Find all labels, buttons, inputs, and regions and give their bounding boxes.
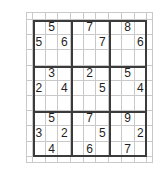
cell-r1c7[interactable] — [109, 20, 122, 35]
cell-r1c3[interactable] — [58, 20, 71, 35]
cell-r5c7[interactable] — [109, 81, 122, 96]
sheet-margin-cell — [46, 12, 59, 20]
sheet-margin-cell — [96, 12, 109, 20]
cell-r6c1[interactable] — [33, 96, 46, 111]
sheet-margin-cell — [33, 12, 46, 20]
sheet-margin-cell — [26, 50, 33, 65]
cell-r9c6[interactable] — [96, 142, 109, 157]
cell-r9c3[interactable] — [58, 142, 71, 157]
cell-r2c6[interactable]: 7 — [96, 35, 109, 50]
cell-r7c1[interactable] — [33, 111, 46, 126]
cell-r7c5[interactable]: 7 — [84, 111, 97, 126]
cell-r8c9[interactable]: 2 — [135, 126, 148, 141]
cell-r7c3[interactable] — [58, 111, 71, 126]
cell-r1c4[interactable] — [71, 20, 84, 35]
sheet-margin-cell — [147, 12, 153, 20]
cell-r6c2[interactable] — [46, 96, 59, 111]
cell-r3c1[interactable] — [33, 50, 46, 65]
cell-r7c8[interactable]: 9 — [122, 111, 135, 126]
cell-r8c8[interactable] — [122, 126, 135, 141]
cell-r9c4[interactable] — [71, 142, 84, 157]
cell-r1c6[interactable] — [96, 20, 109, 35]
sheet-margin-cell — [26, 142, 33, 157]
cell-r9c2[interactable]: 4 — [46, 142, 59, 157]
sheet-margin-cell — [147, 81, 153, 96]
cell-r6c6[interactable] — [96, 96, 109, 111]
cell-r9c5[interactable]: 6 — [84, 142, 97, 157]
cell-r4c2[interactable]: 3 — [46, 66, 59, 81]
cell-r6c5[interactable] — [84, 96, 97, 111]
cell-r3c9[interactable] — [135, 50, 148, 65]
sheet-margin-cell — [71, 157, 84, 163]
cell-r8c6[interactable]: 5 — [96, 126, 109, 141]
sheet-margin-cell — [58, 157, 71, 163]
cell-r5c5[interactable] — [84, 81, 97, 96]
cell-r4c5[interactable]: 2 — [84, 66, 97, 81]
cell-r7c4[interactable] — [71, 111, 84, 126]
sheet-margin-cell — [84, 157, 97, 163]
cell-r2c1[interactable]: 5 — [33, 35, 46, 50]
cell-r5c4[interactable] — [71, 81, 84, 96]
cell-r8c3[interactable]: 2 — [58, 126, 71, 141]
sheet-margin-cell — [135, 157, 148, 163]
sheet-margin-cell — [33, 157, 46, 163]
cell-r7c9[interactable] — [135, 111, 148, 126]
cell-r4c4[interactable] — [71, 66, 84, 81]
cell-r5c1[interactable]: 2 — [33, 81, 46, 96]
sheet-margin-cell — [122, 12, 135, 20]
cell-r5c9[interactable]: 4 — [135, 81, 148, 96]
sheet-margin-cell — [147, 66, 153, 81]
cell-r6c8[interactable] — [122, 96, 135, 111]
sheet-margin-cell — [109, 157, 122, 163]
sheet-margin-cell — [147, 20, 153, 35]
cell-r3c5[interactable] — [84, 50, 97, 65]
sheet-margin-cell — [58, 12, 71, 20]
sheet-margin-cell — [135, 12, 148, 20]
cell-r3c2[interactable] — [46, 50, 59, 65]
cell-r4c6[interactable] — [96, 66, 109, 81]
sheet-margin-cell — [46, 157, 59, 163]
cell-r9c1[interactable] — [33, 142, 46, 157]
cell-r3c4[interactable] — [71, 50, 84, 65]
sheet-margin-cell — [122, 157, 135, 163]
cell-r2c8[interactable] — [122, 35, 135, 50]
sheet-margin-cell — [147, 126, 153, 141]
cell-r8c7[interactable] — [109, 126, 122, 141]
cell-r6c9[interactable] — [135, 96, 148, 111]
cell-r9c7[interactable] — [109, 142, 122, 157]
cell-r5c2[interactable] — [46, 81, 59, 96]
cell-r4c3[interactable] — [58, 66, 71, 81]
cell-r7c7[interactable] — [109, 111, 122, 126]
sheet-margin-cell — [147, 142, 153, 157]
sheet-margin-cell — [71, 12, 84, 20]
sheet-margin-cell — [26, 126, 33, 141]
cell-r8c1[interactable]: 3 — [33, 126, 46, 141]
cell-r2c2[interactable] — [46, 35, 59, 50]
sheet-margin-cell — [26, 35, 33, 50]
cell-r5c6[interactable]: 5 — [96, 81, 109, 96]
cell-r1c1[interactable] — [33, 20, 46, 35]
sheet-margin-cell — [147, 50, 153, 65]
cell-r3c8[interactable] — [122, 50, 135, 65]
cell-r2c9[interactable]: 6 — [135, 35, 148, 50]
sheet-margin-cell — [147, 35, 153, 50]
cell-r8c5[interactable] — [84, 126, 97, 141]
cell-r7c6[interactable] — [96, 111, 109, 126]
sheet-margin-cell — [26, 111, 33, 126]
sheet-margin-cell — [26, 157, 33, 163]
cell-r4c9[interactable] — [135, 66, 148, 81]
cell-r5c8[interactable] — [122, 81, 135, 96]
cell-r3c7[interactable] — [109, 50, 122, 65]
cell-r2c3[interactable]: 6 — [58, 35, 71, 50]
cell-r6c7[interactable] — [109, 96, 122, 111]
sheet-margin-cell — [147, 157, 153, 163]
cell-r1c9[interactable] — [135, 20, 148, 35]
cell-r6c4[interactable] — [71, 96, 84, 111]
sheet-margin-cell — [109, 12, 122, 20]
cell-r8c2[interactable] — [46, 126, 59, 141]
cell-r4c7[interactable] — [109, 66, 122, 81]
sheet-margin-cell — [26, 20, 33, 35]
cell-r8c4[interactable] — [71, 126, 84, 141]
sheet-margin-cell — [147, 96, 153, 111]
cell-r2c4[interactable] — [71, 35, 84, 50]
sheet-margin-cell — [26, 96, 33, 111]
cell-r1c5[interactable]: 7 — [84, 20, 97, 35]
cell-r3c6[interactable] — [96, 50, 109, 65]
sheet-grid: 578567632524545793252467 — [26, 12, 153, 163]
cell-r4c8[interactable]: 5 — [122, 66, 135, 81]
sheet-margin-cell — [26, 81, 33, 96]
cell-r3c3[interactable] — [58, 50, 71, 65]
sheet-margin-cell — [96, 157, 109, 163]
cell-r7c2[interactable]: 5 — [46, 111, 59, 126]
cell-r4c1[interactable] — [33, 66, 46, 81]
sheet-margin-cell — [26, 12, 33, 20]
cell-r2c7[interactable] — [109, 35, 122, 50]
cell-r6c3[interactable] — [58, 96, 71, 111]
sheet-margin-cell — [147, 111, 153, 126]
cell-r2c5[interactable] — [84, 35, 97, 50]
cell-r1c8[interactable]: 8 — [122, 20, 135, 35]
sheet-margin-cell — [26, 66, 33, 81]
cell-r1c2[interactable]: 5 — [46, 20, 59, 35]
sheet-margin-cell — [84, 12, 97, 20]
cell-r9c8[interactable]: 7 — [122, 142, 135, 157]
cell-r9c9[interactable] — [135, 142, 148, 157]
cell-r5c3[interactable]: 4 — [58, 81, 71, 96]
